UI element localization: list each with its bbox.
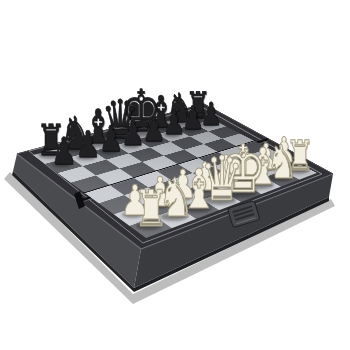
chess-set-photo: ♜♞♝♛♚♝♞♜♟♟♟♟♟♟♟♟♟♟♟♟♟♟♟♟♜♞♝♛♚♝♞♜ [0, 0, 350, 350]
